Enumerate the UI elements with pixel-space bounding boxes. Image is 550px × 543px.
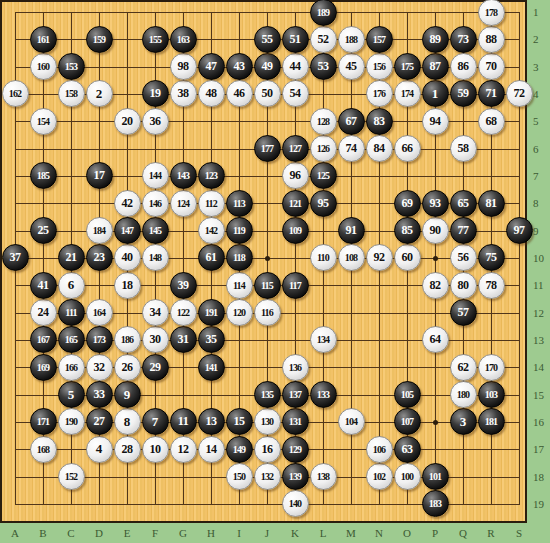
- row-label-12: 12: [529, 307, 550, 319]
- stone-black-115[interactable]: 115: [254, 272, 281, 299]
- col-label-O: O: [399, 527, 415, 539]
- stone-black-41[interactable]: 41: [30, 272, 57, 299]
- stone-white-110[interactable]: 110: [310, 244, 337, 271]
- stone-white-86[interactable]: 86: [450, 53, 477, 80]
- stone-white-34[interactable]: 34: [142, 299, 169, 326]
- star-point-P16: [433, 420, 438, 425]
- stone-black-15[interactable]: 15: [226, 408, 253, 435]
- stone-white-12[interactable]: 12: [170, 436, 197, 463]
- stone-black-113[interactable]: 113: [226, 190, 253, 217]
- stone-black-181[interactable]: 181: [478, 408, 505, 435]
- stone-black-165[interactable]: 165: [58, 326, 85, 353]
- stone-black-89[interactable]: 89: [422, 26, 449, 53]
- stone-black-153[interactable]: 153: [58, 53, 85, 80]
- stone-black-73[interactable]: 73: [450, 26, 477, 53]
- stone-white-180[interactable]: 180: [450, 381, 477, 408]
- stone-black-55[interactable]: 55: [254, 26, 281, 53]
- col-label-S: S: [511, 527, 527, 539]
- stone-black-17[interactable]: 17: [86, 162, 113, 189]
- stone-black-129[interactable]: 129: [282, 436, 309, 463]
- row-label-8: 8: [529, 197, 550, 209]
- col-label-F: F: [147, 527, 163, 539]
- row-label-11: 11: [529, 279, 550, 291]
- row-label-2: 2: [529, 33, 550, 45]
- stone-white-184[interactable]: 184: [86, 217, 113, 244]
- stone-white-36[interactable]: 36: [142, 108, 169, 135]
- stone-white-58[interactable]: 58: [450, 135, 477, 162]
- stone-white-52[interactable]: 52: [310, 26, 337, 53]
- stone-black-47[interactable]: 47: [198, 53, 225, 80]
- stone-white-28[interactable]: 28: [114, 436, 141, 463]
- stone-white-10[interactable]: 10: [142, 436, 169, 463]
- stone-white-170[interactable]: 170: [478, 354, 505, 381]
- stone-white-178[interactable]: 178: [478, 0, 505, 26]
- stone-black-43[interactable]: 43: [226, 53, 253, 80]
- stone-black-91[interactable]: 91: [338, 217, 365, 244]
- col-label-B: B: [35, 527, 51, 539]
- stone-white-88[interactable]: 88: [478, 26, 505, 53]
- stone-black-177[interactable]: 177: [254, 135, 281, 162]
- stone-white-162[interactable]: 162: [2, 80, 29, 107]
- stone-white-90[interactable]: 90: [422, 217, 449, 244]
- stone-black-61[interactable]: 61: [198, 244, 225, 271]
- stone-black-157[interactable]: 157: [366, 26, 393, 53]
- stone-black-117[interactable]: 117: [282, 272, 309, 299]
- col-label-L: L: [315, 527, 331, 539]
- col-label-Q: Q: [455, 527, 471, 539]
- stone-white-116[interactable]: 116: [254, 299, 281, 326]
- stone-white-56[interactable]: 56: [450, 244, 477, 271]
- stone-white-158[interactable]: 158: [58, 80, 85, 107]
- stone-white-6[interactable]: 6: [58, 272, 85, 299]
- stone-black-118[interactable]: 118: [226, 244, 253, 271]
- stone-black-175[interactable]: 175: [394, 53, 421, 80]
- stone-white-18[interactable]: 18: [114, 272, 141, 299]
- stone-white-40[interactable]: 40: [114, 244, 141, 271]
- stone-black-49[interactable]: 49: [254, 53, 281, 80]
- stone-white-92[interactable]: 92: [366, 244, 393, 271]
- stone-black-147[interactable]: 147: [114, 217, 141, 244]
- col-label-E: E: [119, 527, 135, 539]
- stone-white-102[interactable]: 102: [366, 463, 393, 490]
- stone-white-74[interactable]: 74: [338, 135, 365, 162]
- col-label-H: H: [203, 527, 219, 539]
- stone-black-19[interactable]: 19: [142, 80, 169, 107]
- stone-black-11[interactable]: 11: [170, 408, 197, 435]
- stone-black-39[interactable]: 39: [170, 272, 197, 299]
- stone-white-60[interactable]: 60: [394, 244, 421, 271]
- stone-black-121[interactable]: 121: [282, 190, 309, 217]
- stone-white-44[interactable]: 44: [282, 53, 309, 80]
- stone-white-168[interactable]: 168: [30, 436, 57, 463]
- stone-white-78[interactable]: 78: [478, 272, 505, 299]
- stone-black-33[interactable]: 33: [86, 381, 113, 408]
- stone-white-112[interactable]: 112: [198, 190, 225, 217]
- stone-white-30[interactable]: 30: [142, 326, 169, 353]
- stone-black-119[interactable]: 119: [226, 217, 253, 244]
- stone-white-48[interactable]: 48: [198, 80, 225, 107]
- stone-white-128[interactable]: 128: [310, 108, 337, 135]
- stone-white-122[interactable]: 122: [170, 299, 197, 326]
- row-label-18: 18: [529, 471, 550, 483]
- stone-white-166[interactable]: 166: [58, 354, 85, 381]
- stone-white-160[interactable]: 160: [30, 53, 57, 80]
- stone-white-176[interactable]: 176: [366, 80, 393, 107]
- stone-black-131[interactable]: 131: [282, 408, 309, 435]
- stone-white-174[interactable]: 174: [394, 80, 421, 107]
- row-label-15: 15: [529, 389, 550, 401]
- stone-black-125[interactable]: 125: [310, 162, 337, 189]
- stone-white-54[interactable]: 54: [282, 80, 309, 107]
- stone-white-38[interactable]: 38: [170, 80, 197, 107]
- stone-black-109[interactable]: 109: [282, 217, 309, 244]
- col-label-A: A: [7, 527, 23, 539]
- stone-white-70[interactable]: 70: [478, 53, 505, 80]
- stone-white-104[interactable]: 104: [338, 408, 365, 435]
- stone-black-149[interactable]: 149: [226, 436, 253, 463]
- col-label-C: C: [63, 527, 79, 539]
- stone-white-156[interactable]: 156: [366, 53, 393, 80]
- go-game-diagram: 1234567891011121314151617181920212324252…: [0, 0, 550, 543]
- stone-white-94[interactable]: 94: [422, 108, 449, 135]
- stone-black-139[interactable]: 139: [282, 463, 309, 490]
- row-label-1: 1: [529, 6, 550, 18]
- stone-white-130[interactable]: 130: [254, 408, 281, 435]
- stone-white-96[interactable]: 96: [282, 162, 309, 189]
- stone-black-103[interactable]: 103: [478, 381, 505, 408]
- stone-black-53[interactable]: 53: [310, 53, 337, 80]
- stone-black-85[interactable]: 85: [394, 217, 421, 244]
- stone-black-25[interactable]: 25: [30, 217, 57, 244]
- stone-white-152[interactable]: 152: [58, 463, 85, 490]
- stone-white-2[interactable]: 2: [86, 80, 113, 107]
- stone-white-84[interactable]: 84: [366, 135, 393, 162]
- stone-white-68[interactable]: 68: [478, 108, 505, 135]
- row-label-17: 17: [529, 443, 550, 455]
- stone-black-67[interactable]: 67: [338, 108, 365, 135]
- stone-white-164[interactable]: 164: [86, 299, 113, 326]
- stone-white-186[interactable]: 186: [114, 326, 141, 353]
- stone-black-155[interactable]: 155: [142, 26, 169, 53]
- stone-black-95[interactable]: 95: [310, 190, 337, 217]
- stone-black-133[interactable]: 133: [310, 381, 337, 408]
- stone-black-77[interactable]: 77: [450, 217, 477, 244]
- stone-black-83[interactable]: 83: [366, 108, 393, 135]
- row-label-9: 9: [529, 225, 550, 237]
- stone-black-31[interactable]: 31: [170, 326, 197, 353]
- row-label-19: 19: [529, 498, 550, 510]
- stone-white-190[interactable]: 190: [58, 408, 85, 435]
- stone-black-137[interactable]: 137: [282, 381, 309, 408]
- stone-black-93[interactable]: 93: [422, 190, 449, 217]
- stone-black-69[interactable]: 69: [394, 190, 421, 217]
- stone-black-1[interactable]: 1: [422, 80, 449, 107]
- stone-black-143[interactable]: 143: [170, 162, 197, 189]
- stone-black-141[interactable]: 141: [198, 354, 225, 381]
- row-label-4: 4: [529, 88, 550, 100]
- stone-black-127[interactable]: 127: [282, 135, 309, 162]
- stone-black-35[interactable]: 35: [198, 326, 225, 353]
- stone-white-124[interactable]: 124: [170, 190, 197, 217]
- stone-white-46[interactable]: 46: [226, 80, 253, 107]
- stone-black-21[interactable]: 21: [58, 244, 85, 271]
- stone-black-171[interactable]: 171: [30, 408, 57, 435]
- stone-black-101[interactable]: 101: [422, 463, 449, 490]
- stone-black-59[interactable]: 59: [450, 80, 477, 107]
- col-label-P: P: [427, 527, 443, 539]
- stone-black-27[interactable]: 27: [86, 408, 113, 435]
- col-label-G: G: [175, 527, 191, 539]
- stone-white-100[interactable]: 100: [394, 463, 421, 490]
- stone-black-107[interactable]: 107: [394, 408, 421, 435]
- stone-white-138[interactable]: 138: [310, 463, 337, 490]
- stone-white-120[interactable]: 120: [226, 299, 253, 326]
- stone-black-37[interactable]: 37: [2, 244, 29, 271]
- stone-black-111[interactable]: 111: [58, 299, 85, 326]
- stone-black-57[interactable]: 57: [450, 299, 477, 326]
- row-label-14: 14: [529, 361, 550, 373]
- stone-black-7[interactable]: 7: [142, 408, 169, 435]
- stone-white-42[interactable]: 42: [114, 190, 141, 217]
- stone-black-71[interactable]: 71: [478, 80, 505, 107]
- stone-white-26[interactable]: 26: [114, 354, 141, 381]
- row-label-7: 7: [529, 170, 550, 182]
- row-label-5: 5: [529, 115, 550, 127]
- col-label-R: R: [483, 527, 499, 539]
- stone-white-64[interactable]: 64: [422, 326, 449, 353]
- stone-white-148[interactable]: 148: [142, 244, 169, 271]
- col-label-I: I: [231, 527, 247, 539]
- stone-white-32[interactable]: 32: [86, 354, 113, 381]
- stone-white-150[interactable]: 150: [226, 463, 253, 490]
- stone-white-154[interactable]: 154: [30, 108, 57, 135]
- stone-black-135[interactable]: 135: [254, 381, 281, 408]
- stone-white-8[interactable]: 8: [114, 408, 141, 435]
- row-label-6: 6: [529, 143, 550, 155]
- stone-white-62[interactable]: 62: [450, 354, 477, 381]
- stone-black-81[interactable]: 81: [478, 190, 505, 217]
- stone-black-161[interactable]: 161: [30, 26, 57, 53]
- stone-white-108[interactable]: 108: [338, 244, 365, 271]
- stone-white-146[interactable]: 146: [142, 190, 169, 217]
- row-label-16: 16: [529, 416, 550, 428]
- stone-black-173[interactable]: 173: [86, 326, 113, 353]
- stone-black-189[interactable]: 189: [310, 0, 337, 26]
- stone-black-183[interactable]: 183: [422, 490, 449, 517]
- stone-black-5[interactable]: 5: [58, 381, 85, 408]
- stone-black-105[interactable]: 105: [394, 381, 421, 408]
- stone-black-29[interactable]: 29: [142, 354, 169, 381]
- star-point-P10: [433, 256, 438, 261]
- stone-white-114[interactable]: 114: [226, 272, 253, 299]
- stone-black-123[interactable]: 123: [198, 162, 225, 189]
- stone-black-65[interactable]: 65: [450, 190, 477, 217]
- stone-white-188[interactable]: 188: [338, 26, 365, 53]
- stone-white-126[interactable]: 126: [310, 135, 337, 162]
- stone-white-136[interactable]: 136: [282, 354, 309, 381]
- stone-white-98[interactable]: 98: [170, 53, 197, 80]
- stone-white-24[interactable]: 24: [30, 299, 57, 326]
- row-label-3: 3: [529, 61, 550, 73]
- col-label-J: J: [259, 527, 275, 539]
- stone-black-23[interactable]: 23: [86, 244, 113, 271]
- stone-black-169[interactable]: 169: [30, 354, 57, 381]
- stone-black-167[interactable]: 167: [30, 326, 57, 353]
- stone-white-16[interactable]: 16: [254, 436, 281, 463]
- stone-black-13[interactable]: 13: [198, 408, 225, 435]
- stone-black-159[interactable]: 159: [86, 26, 113, 53]
- stone-white-134[interactable]: 134: [310, 326, 337, 353]
- stone-black-163[interactable]: 163: [170, 26, 197, 53]
- stone-black-63[interactable]: 63: [394, 436, 421, 463]
- stone-white-132[interactable]: 132: [254, 463, 281, 490]
- stone-black-51[interactable]: 51: [282, 26, 309, 53]
- stone-white-80[interactable]: 80: [450, 272, 477, 299]
- stone-white-50[interactable]: 50: [254, 80, 281, 107]
- stone-black-191[interactable]: 191: [198, 299, 225, 326]
- stone-black-145[interactable]: 145: [142, 217, 169, 244]
- stone-white-106[interactable]: 106: [366, 436, 393, 463]
- stone-white-140[interactable]: 140: [282, 490, 309, 517]
- stone-black-9[interactable]: 9: [114, 381, 141, 408]
- stone-black-3[interactable]: 3: [450, 408, 477, 435]
- col-label-M: M: [343, 527, 359, 539]
- stone-white-4[interactable]: 4: [86, 436, 113, 463]
- stone-white-66[interactable]: 66: [394, 135, 421, 162]
- stone-white-144[interactable]: 144: [142, 162, 169, 189]
- stone-black-185[interactable]: 185: [30, 162, 57, 189]
- stone-white-20[interactable]: 20: [114, 108, 141, 135]
- row-label-10: 10: [529, 252, 550, 264]
- stone-black-75[interactable]: 75: [478, 244, 505, 271]
- col-label-K: K: [287, 527, 303, 539]
- stone-white-14[interactable]: 14: [198, 436, 225, 463]
- stone-black-87[interactable]: 87: [422, 53, 449, 80]
- col-label-N: N: [371, 527, 387, 539]
- star-point-J10: [265, 256, 270, 261]
- stone-white-142[interactable]: 142: [198, 217, 225, 244]
- col-label-D: D: [91, 527, 107, 539]
- stone-white-45[interactable]: 45: [338, 53, 365, 80]
- row-label-13: 13: [529, 334, 550, 346]
- stone-white-82[interactable]: 82: [422, 272, 449, 299]
